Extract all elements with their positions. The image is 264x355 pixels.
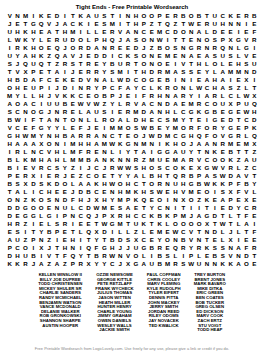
grid-cell[interactable]: O [148, 12, 156, 20]
grid-cell[interactable]: U [93, 12, 101, 20]
grid-cell[interactable]: O [156, 60, 164, 68]
grid-cell[interactable]: N [93, 76, 101, 84]
grid-cell[interactable]: L [85, 116, 93, 124]
grid-cell[interactable]: E [53, 188, 61, 196]
grid-cell[interactable]: D [29, 180, 37, 188]
grid-cell[interactable]: S [69, 60, 77, 68]
grid-cell[interactable]: N [53, 204, 61, 212]
grid-cell[interactable]: D [132, 44, 140, 52]
grid-cell[interactable]: O [203, 188, 211, 196]
grid-cell[interactable]: N [69, 244, 77, 252]
grid-cell[interactable]: C [116, 52, 124, 60]
grid-cell[interactable]: O [179, 28, 187, 36]
grid-cell[interactable]: P [140, 20, 148, 28]
grid-cell[interactable]: X [37, 244, 45, 252]
grid-cell[interactable]: Y [116, 172, 124, 180]
grid-cell[interactable]: R [203, 20, 211, 28]
grid-cell[interactable]: M [6, 92, 14, 100]
grid-cell[interactable]: M [69, 28, 77, 36]
grid-cell[interactable]: R [187, 124, 195, 132]
grid-cell[interactable]: R [53, 172, 61, 180]
grid-cell[interactable]: A [14, 140, 22, 148]
grid-cell[interactable]: K [93, 180, 101, 188]
grid-cell[interactable]: H [108, 244, 116, 252]
grid-cell[interactable]: S [132, 164, 140, 172]
grid-cell[interactable]: U [45, 100, 53, 108]
grid-cell[interactable]: B [156, 252, 164, 260]
grid-cell[interactable]: D [61, 196, 69, 204]
grid-cell[interactable]: G [29, 20, 37, 28]
grid-cell[interactable]: Y [148, 204, 156, 212]
grid-cell[interactable]: O [29, 204, 37, 212]
grid-cell[interactable]: T [140, 180, 148, 188]
grid-cell[interactable]: T [85, 236, 93, 244]
grid-cell[interactable]: E [164, 244, 172, 252]
grid-cell[interactable]: I [29, 188, 37, 196]
grid-cell[interactable]: E [53, 76, 61, 84]
grid-cell[interactable]: S [211, 172, 219, 180]
grid-cell[interactable]: D [164, 100, 172, 108]
grid-cell[interactable]: W [242, 92, 250, 100]
grid-cell[interactable]: B [29, 252, 37, 260]
grid-cell[interactable]: S [219, 252, 227, 260]
grid-cell[interactable]: K [116, 140, 124, 148]
grid-cell[interactable]: E [227, 60, 235, 68]
grid-cell[interactable]: L [140, 228, 148, 236]
grid-cell[interactable]: R [85, 68, 93, 76]
grid-cell[interactable]: B [195, 180, 203, 188]
grid-cell[interactable]: K [156, 220, 164, 228]
grid-cell[interactable]: B [85, 156, 93, 164]
grid-cell[interactable]: U [14, 236, 22, 244]
grid-cell[interactable]: A [45, 28, 53, 36]
grid-cell[interactable]: I [116, 148, 124, 156]
grid-cell[interactable]: B [93, 252, 101, 260]
grid-cell[interactable]: N [132, 28, 140, 36]
grid-cell[interactable]: P [108, 92, 116, 100]
grid-cell[interactable]: W [77, 100, 85, 108]
grid-cell[interactable]: A [93, 44, 101, 52]
grid-cell[interactable]: E [45, 36, 53, 44]
grid-cell[interactable]: K [14, 260, 22, 268]
grid-cell[interactable]: D [148, 68, 156, 76]
grid-cell[interactable]: T [45, 60, 53, 68]
grid-cell[interactable]: A [61, 52, 69, 60]
grid-cell[interactable]: C [203, 100, 211, 108]
grid-cell[interactable]: E [235, 140, 243, 148]
grid-cell[interactable]: K [227, 12, 235, 20]
grid-cell[interactable]: E [93, 60, 101, 68]
grid-cell[interactable]: C [93, 188, 101, 196]
grid-cell[interactable]: A [195, 28, 203, 36]
grid-cell[interactable]: E [148, 116, 156, 124]
grid-cell[interactable]: Y [14, 92, 22, 100]
grid-cell[interactable]: L [164, 220, 172, 228]
grid-cell[interactable]: P [93, 36, 101, 44]
grid-cell[interactable]: Q [85, 212, 93, 220]
grid-cell[interactable]: V [69, 52, 77, 60]
grid-cell[interactable]: Y [100, 260, 108, 268]
grid-cell[interactable]: E [250, 236, 258, 244]
grid-cell[interactable]: I [61, 68, 69, 76]
grid-cell[interactable]: K [22, 44, 30, 52]
grid-cell[interactable]: Y [124, 148, 132, 156]
grid-cell[interactable]: T [250, 252, 258, 260]
grid-cell[interactable]: X [203, 220, 211, 228]
grid-cell[interactable]: H [14, 28, 22, 36]
grid-cell[interactable]: O [171, 84, 179, 92]
grid-cell[interactable]: J [69, 68, 77, 76]
grid-cell[interactable]: C [156, 204, 164, 212]
grid-cell[interactable]: L [242, 84, 250, 92]
grid-cell[interactable]: H [6, 76, 14, 84]
grid-cell[interactable]: M [156, 228, 164, 236]
grid-cell[interactable]: B [156, 44, 164, 52]
grid-cell[interactable]: A [116, 116, 124, 124]
grid-cell[interactable]: B [108, 236, 116, 244]
grid-cell[interactable]: K [219, 260, 227, 268]
grid-cell[interactable]: M [22, 12, 30, 20]
grid-cell[interactable]: I [37, 100, 45, 108]
grid-cell[interactable]: T [100, 236, 108, 244]
grid-cell[interactable]: W [187, 260, 195, 268]
grid-cell[interactable]: O [37, 204, 45, 212]
grid-cell[interactable]: J [116, 260, 124, 268]
grid-cell[interactable]: T [45, 68, 53, 76]
grid-cell[interactable]: N [203, 260, 211, 268]
grid-cell[interactable]: X [250, 140, 258, 148]
grid-cell[interactable]: F [195, 124, 203, 132]
grid-cell[interactable]: L [22, 148, 30, 156]
grid-cell[interactable]: N [211, 260, 219, 268]
grid-cell[interactable]: K [250, 124, 258, 132]
grid-cell[interactable]: S [6, 108, 14, 116]
grid-cell[interactable]: G [227, 124, 235, 132]
grid-cell[interactable]: I [195, 204, 203, 212]
grid-cell[interactable]: R [124, 108, 132, 116]
grid-cell[interactable]: A [100, 76, 108, 84]
grid-cell[interactable]: O [77, 36, 85, 44]
grid-cell[interactable]: K [148, 212, 156, 220]
grid-cell[interactable]: N [108, 188, 116, 196]
grid-cell[interactable]: T [6, 188, 14, 196]
grid-cell[interactable]: H [37, 156, 45, 164]
grid-cell[interactable]: G [187, 108, 195, 116]
grid-cell[interactable]: V [179, 188, 187, 196]
grid-cell[interactable]: U [179, 148, 187, 156]
grid-cell[interactable]: L [235, 92, 243, 100]
grid-cell[interactable]: O [242, 260, 250, 268]
grid-cell[interactable]: L [242, 132, 250, 140]
grid-cell[interactable]: R [219, 140, 227, 148]
grid-cell[interactable]: S [45, 196, 53, 204]
grid-cell[interactable]: A [219, 84, 227, 92]
grid-cell[interactable]: A [93, 156, 101, 164]
grid-cell[interactable]: H [69, 236, 77, 244]
grid-cell[interactable]: B [195, 12, 203, 20]
grid-cell[interactable]: I [116, 20, 124, 28]
grid-cell[interactable]: D [211, 28, 219, 36]
grid-cell[interactable]: S [211, 36, 219, 44]
grid-cell[interactable]: N [203, 148, 211, 156]
grid-cell[interactable]: I [53, 236, 61, 244]
grid-cell[interactable]: W [187, 20, 195, 28]
grid-cell[interactable]: W [195, 84, 203, 92]
grid-cell[interactable]: R [242, 12, 250, 20]
grid-cell[interactable]: R [93, 68, 101, 76]
grid-cell[interactable]: F [69, 196, 77, 204]
grid-cell[interactable]: H [100, 180, 108, 188]
grid-cell[interactable]: L [116, 228, 124, 236]
grid-cell[interactable]: Z [235, 84, 243, 92]
grid-cell[interactable]: L [14, 156, 22, 164]
grid-cell[interactable]: O [22, 244, 30, 252]
grid-cell[interactable]: I [187, 204, 195, 212]
grid-cell[interactable]: Y [93, 260, 101, 268]
grid-cell[interactable]: H [164, 108, 172, 116]
grid-cell[interactable]: W [116, 76, 124, 84]
grid-cell[interactable]: P [100, 84, 108, 92]
grid-cell[interactable]: M [164, 132, 172, 140]
grid-cell[interactable]: I [164, 196, 172, 204]
grid-cell[interactable]: L [235, 228, 243, 236]
grid-cell[interactable]: Q [22, 60, 30, 68]
grid-cell[interactable]: T [77, 60, 85, 68]
grid-cell[interactable]: S [148, 188, 156, 196]
grid-cell[interactable]: E [250, 212, 258, 220]
grid-cell[interactable]: C [140, 28, 148, 36]
grid-cell[interactable]: H [29, 44, 37, 52]
grid-cell[interactable]: V [195, 156, 203, 164]
grid-cell[interactable]: L [235, 164, 243, 172]
grid-cell[interactable]: M [108, 124, 116, 132]
grid-cell[interactable]: N [124, 12, 132, 20]
grid-cell[interactable]: N [211, 140, 219, 148]
grid-cell[interactable]: D [6, 212, 14, 220]
grid-cell[interactable]: B [14, 76, 22, 84]
grid-cell[interactable]: P [219, 36, 227, 44]
grid-cell[interactable]: Y [235, 204, 243, 212]
grid-cell[interactable]: F [235, 180, 243, 188]
grid-cell[interactable]: N [53, 108, 61, 116]
grid-cell[interactable]: U [93, 108, 101, 116]
grid-cell[interactable]: S [100, 108, 108, 116]
grid-cell[interactable]: T [93, 220, 101, 228]
grid-cell[interactable]: A [53, 260, 61, 268]
grid-cell[interactable]: W [211, 164, 219, 172]
grid-cell[interactable]: I [132, 92, 140, 100]
grid-cell[interactable]: R [124, 60, 132, 68]
grid-cell[interactable]: T [108, 172, 116, 180]
grid-cell[interactable]: V [45, 148, 53, 156]
grid-cell[interactable]: X [242, 76, 250, 84]
grid-cell[interactable]: R [14, 44, 22, 52]
grid-cell[interactable]: K [37, 12, 45, 20]
grid-cell[interactable]: E [69, 76, 77, 84]
grid-cell[interactable]: R [195, 244, 203, 252]
grid-cell[interactable]: G [148, 76, 156, 84]
grid-cell[interactable]: A [171, 100, 179, 108]
grid-cell[interactable]: E [195, 116, 203, 124]
grid-cell[interactable]: E [108, 204, 116, 212]
grid-cell[interactable]: B [6, 116, 14, 124]
grid-cell[interactable]: H [211, 84, 219, 92]
grid-cell[interactable]: R [61, 108, 69, 116]
grid-cell[interactable]: S [164, 116, 172, 124]
grid-cell[interactable]: K [132, 196, 140, 204]
grid-cell[interactable]: P [171, 212, 179, 220]
grid-cell[interactable]: S [171, 44, 179, 52]
grid-cell[interactable]: G [203, 108, 211, 116]
grid-cell[interactable]: V [45, 20, 53, 28]
grid-cell[interactable]: M [100, 204, 108, 212]
grid-cell[interactable]: B [6, 156, 14, 164]
grid-cell[interactable]: B [211, 252, 219, 260]
grid-cell[interactable]: E [235, 108, 243, 116]
grid-cell[interactable]: Y [37, 228, 45, 236]
grid-cell[interactable]: T [250, 84, 258, 92]
grid-cell[interactable]: H [61, 244, 69, 252]
grid-cell[interactable]: W [108, 180, 116, 188]
grid-cell[interactable]: K [22, 36, 30, 44]
grid-cell[interactable]: R [77, 44, 85, 52]
grid-cell[interactable]: T [53, 252, 61, 260]
grid-cell[interactable]: H [132, 20, 140, 28]
grid-cell[interactable]: K [203, 244, 211, 252]
grid-cell[interactable]: E [195, 188, 203, 196]
grid-cell[interactable]: M [116, 196, 124, 204]
grid-cell[interactable]: P [242, 124, 250, 132]
grid-cell[interactable]: Z [195, 196, 203, 204]
grid-cell[interactable]: L [140, 252, 148, 260]
grid-cell[interactable]: N [227, 244, 235, 252]
grid-cell[interactable]: E [85, 92, 93, 100]
grid-cell[interactable]: M [179, 212, 187, 220]
grid-cell[interactable]: S [164, 252, 172, 260]
grid-cell[interactable]: N [132, 140, 140, 148]
grid-cell[interactable]: G [37, 124, 45, 132]
grid-cell[interactable]: S [108, 68, 116, 76]
grid-cell[interactable]: J [61, 44, 69, 52]
grid-cell[interactable]: A [171, 92, 179, 100]
grid-cell[interactable]: E [100, 172, 108, 180]
grid-cell[interactable]: E [37, 28, 45, 36]
grid-cell[interactable]: E [250, 52, 258, 60]
grid-cell[interactable]: D [85, 204, 93, 212]
grid-cell[interactable]: G [100, 244, 108, 252]
grid-cell[interactable]: C [93, 164, 101, 172]
grid-cell[interactable]: R [100, 116, 108, 124]
grid-cell[interactable]: M [164, 260, 172, 268]
grid-cell[interactable]: L [77, 108, 85, 116]
grid-cell[interactable]: V [227, 252, 235, 260]
grid-cell[interactable]: V [179, 60, 187, 68]
grid-cell[interactable]: E [22, 164, 30, 172]
grid-cell[interactable]: D [140, 108, 148, 116]
grid-cell[interactable]: K [69, 92, 77, 100]
grid-cell[interactable]: H [140, 68, 148, 76]
grid-cell[interactable]: M [116, 68, 124, 76]
grid-cell[interactable]: L [93, 116, 101, 124]
grid-cell[interactable]: R [195, 44, 203, 52]
grid-cell[interactable]: L [22, 92, 30, 100]
grid-cell[interactable]: M [77, 156, 85, 164]
grid-cell[interactable]: X [179, 196, 187, 204]
grid-cell[interactable]: W [108, 252, 116, 260]
grid-cell[interactable]: U [53, 100, 61, 108]
grid-cell[interactable]: H [211, 76, 219, 84]
grid-cell[interactable]: W [242, 108, 250, 116]
grid-cell[interactable]: N [179, 44, 187, 52]
grid-cell[interactable]: C [132, 212, 140, 220]
grid-cell[interactable]: M [29, 156, 37, 164]
grid-cell[interactable]: V [53, 92, 61, 100]
grid-cell[interactable]: G [211, 116, 219, 124]
grid-cell[interactable]: T [132, 148, 140, 156]
grid-cell[interactable]: E [235, 124, 243, 132]
grid-cell[interactable]: Q [250, 100, 258, 108]
grid-cell[interactable]: Q [164, 20, 172, 28]
grid-cell[interactable]: J [61, 172, 69, 180]
grid-cell[interactable]: P [227, 180, 235, 188]
grid-cell[interactable]: Z [45, 260, 53, 268]
grid-cell[interactable]: L [37, 212, 45, 220]
grid-cell[interactable]: S [211, 244, 219, 252]
grid-cell[interactable]: D [211, 228, 219, 236]
grid-cell[interactable]: N [235, 20, 243, 28]
grid-cell[interactable]: L [61, 124, 69, 132]
grid-cell[interactable]: Q [85, 228, 93, 236]
grid-cell[interactable]: S [219, 188, 227, 196]
grid-cell[interactable]: A [22, 52, 30, 60]
grid-cell[interactable]: E [61, 188, 69, 196]
grid-cell[interactable]: S [187, 68, 195, 76]
grid-cell[interactable]: A [85, 180, 93, 188]
grid-cell[interactable]: T [140, 204, 148, 212]
grid-cell[interactable]: E [132, 204, 140, 212]
grid-cell[interactable]: T [211, 220, 219, 228]
grid-cell[interactable]: H [140, 116, 148, 124]
grid-cell[interactable]: Q [37, 60, 45, 68]
grid-cell[interactable]: S [100, 20, 108, 28]
grid-cell[interactable]: S [14, 228, 22, 236]
grid-cell[interactable]: D [69, 36, 77, 44]
grid-cell[interactable]: I [250, 76, 258, 84]
grid-cell[interactable]: I [203, 116, 211, 124]
grid-cell[interactable]: R [171, 12, 179, 20]
grid-cell[interactable]: N [203, 228, 211, 236]
grid-cell[interactable]: H [250, 108, 258, 116]
grid-cell[interactable]: O [179, 124, 187, 132]
grid-cell[interactable]: R [14, 220, 22, 228]
grid-cell[interactable]: O [148, 180, 156, 188]
grid-cell[interactable]: Z [235, 156, 243, 164]
grid-cell[interactable]: T [195, 148, 203, 156]
grid-cell[interactable]: X [250, 92, 258, 100]
grid-cell[interactable]: B [61, 100, 69, 108]
grid-cell[interactable]: A [195, 212, 203, 220]
grid-cell[interactable]: H [140, 164, 148, 172]
grid-cell[interactable]: L [61, 148, 69, 156]
grid-cell[interactable]: Q [250, 132, 258, 140]
grid-cell[interactable]: D [85, 44, 93, 52]
grid-cell[interactable]: E [235, 196, 243, 204]
grid-cell[interactable]: Y [93, 236, 101, 244]
grid-cell[interactable]: Y [179, 116, 187, 124]
grid-cell[interactable]: T [6, 68, 14, 76]
grid-cell[interactable]: N [164, 180, 172, 188]
grid-cell[interactable]: E [219, 108, 227, 116]
